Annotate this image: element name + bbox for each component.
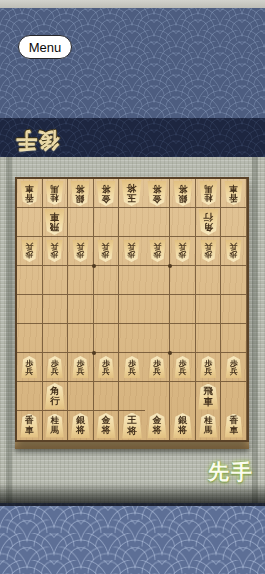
cell-85[interactable] [43, 295, 69, 324]
sente-piece-歩兵[interactable]: 歩兵 [97, 356, 114, 378]
cell-71[interactable]: 銀将 [68, 179, 94, 208]
cell-13[interactable]: 歩兵 [221, 237, 247, 266]
cell-16[interactable] [221, 324, 247, 353]
gote-piece-金将[interactable]: 金将 [96, 181, 116, 206]
cell-39[interactable]: 銀将 [170, 411, 196, 440]
cell-53[interactable]: 歩兵 [119, 237, 145, 266]
sente-piece-歩兵[interactable]: 歩兵 [123, 356, 140, 378]
gote-piece-歩兵[interactable]: 歩兵 [200, 240, 217, 262]
star-point [92, 351, 96, 355]
cell-36[interactable] [170, 324, 196, 353]
tatami-edge-left [6, 157, 12, 505]
cell-84[interactable] [43, 266, 69, 295]
sente-piece-歩兵[interactable]: 歩兵 [46, 356, 63, 378]
cell-15[interactable] [221, 295, 247, 324]
sente-piece-歩兵[interactable]: 歩兵 [174, 356, 191, 378]
cell-97[interactable]: 歩兵 [17, 353, 43, 382]
gote-piece-歩兵[interactable]: 歩兵 [225, 240, 242, 262]
cell-17[interactable]: 歩兵 [221, 353, 247, 382]
cell-67[interactable]: 歩兵 [94, 353, 120, 382]
sente-piece-歩兵[interactable]: 歩兵 [225, 356, 242, 378]
shogi-board[interactable]: 香車桂馬銀将金将玉将金将銀将桂馬香車飛車角行歩兵歩兵歩兵歩兵歩兵歩兵歩兵歩兵歩兵… [15, 177, 249, 442]
sente-piece-角行[interactable]: 角行 [44, 383, 65, 409]
cell-47[interactable]: 歩兵 [145, 353, 171, 382]
sente-piece-桂馬[interactable]: 桂馬 [199, 414, 218, 438]
cell-64[interactable] [94, 266, 120, 295]
cell-12[interactable] [221, 208, 247, 237]
gote-piece-歩兵[interactable]: 歩兵 [174, 240, 191, 262]
cell-91[interactable]: 香車 [17, 179, 43, 208]
cell-92[interactable] [17, 208, 43, 237]
cell-27[interactable]: 歩兵 [196, 353, 222, 382]
cell-93[interactable]: 歩兵 [17, 237, 43, 266]
cell-23[interactable]: 歩兵 [196, 237, 222, 266]
cell-68[interactable] [94, 382, 120, 411]
cell-18[interactable] [221, 382, 247, 411]
sente-piece-金将[interactable]: 金将 [147, 413, 167, 438]
gote-piece-香車[interactable]: 香車 [20, 181, 39, 205]
cell-55[interactable] [119, 295, 145, 324]
cell-61[interactable]: 金将 [94, 179, 120, 208]
cell-62[interactable] [94, 208, 120, 237]
gote-piece-飛車[interactable]: 飛車 [44, 209, 65, 235]
cell-42[interactable] [145, 208, 171, 237]
wall-strip [0, 0, 265, 8]
gote-piece-玉将[interactable]: 玉将 [121, 180, 142, 206]
cell-72[interactable] [68, 208, 94, 237]
cell-65[interactable] [94, 295, 120, 324]
gote-piece-歩兵[interactable]: 歩兵 [149, 240, 166, 262]
cell-26[interactable] [196, 324, 222, 353]
gote-piece-桂馬[interactable]: 桂馬 [45, 181, 64, 205]
sente-piece-歩兵[interactable]: 歩兵 [149, 356, 166, 378]
cell-63[interactable]: 歩兵 [94, 237, 120, 266]
cell-58[interactable] [119, 382, 145, 411]
cell-59[interactable]: 王将 [119, 411, 145, 440]
cell-48[interactable] [145, 382, 171, 411]
cell-35[interactable] [170, 295, 196, 324]
cell-44[interactable] [145, 266, 171, 295]
cell-77[interactable]: 歩兵 [68, 353, 94, 382]
top-cloth [0, 8, 265, 118]
cell-87[interactable]: 歩兵 [43, 353, 69, 382]
cell-21[interactable]: 桂馬 [196, 179, 222, 208]
sente-piece-香車[interactable]: 香車 [20, 414, 39, 438]
cell-79[interactable]: 銀将 [68, 411, 94, 440]
sente-piece-香車[interactable]: 香車 [224, 414, 243, 438]
cell-74[interactable] [68, 266, 94, 295]
gote-piece-金将[interactable]: 金将 [147, 181, 167, 206]
gote-piece-歩兵[interactable]: 歩兵 [97, 240, 114, 262]
cell-83[interactable]: 歩兵 [43, 237, 69, 266]
gote-piece-歩兵[interactable]: 歩兵 [21, 240, 38, 262]
cell-28[interactable]: 飛車 [196, 382, 222, 411]
cell-24[interactable] [196, 266, 222, 295]
cell-95[interactable] [17, 295, 43, 324]
star-point [168, 351, 172, 355]
gote-piece-桂馬[interactable]: 桂馬 [199, 181, 218, 205]
cell-32[interactable] [170, 208, 196, 237]
gote-piece-歩兵[interactable]: 歩兵 [72, 240, 89, 262]
shogi-app: 香車桂馬銀将金将玉将金将銀将桂馬香車飛車角行歩兵歩兵歩兵歩兵歩兵歩兵歩兵歩兵歩兵… [0, 0, 265, 574]
sente-piece-王将[interactable]: 王将 [121, 413, 142, 439]
cell-78[interactable] [68, 382, 94, 411]
board-side-edge [15, 442, 249, 449]
star-point [168, 264, 172, 268]
cell-76[interactable] [68, 324, 94, 353]
cell-34[interactable] [170, 266, 196, 295]
gote-piece-香車[interactable]: 香車 [224, 181, 243, 205]
sente-piece-歩兵[interactable]: 歩兵 [72, 356, 89, 378]
cell-11[interactable]: 香車 [221, 179, 247, 208]
cell-56[interactable] [119, 324, 145, 353]
sente-piece-飛車[interactable]: 飛車 [198, 384, 219, 410]
cell-88[interactable]: 角行 [43, 382, 69, 411]
cell-75[interactable] [68, 295, 94, 324]
cell-81[interactable]: 桂馬 [43, 179, 69, 208]
sente-piece-桂馬[interactable]: 桂馬 [45, 414, 64, 438]
sente-piece-歩兵[interactable]: 歩兵 [200, 356, 217, 378]
cell-82[interactable]: 飛車 [43, 208, 69, 237]
cell-37[interactable]: 歩兵 [170, 353, 196, 382]
cell-51[interactable]: 玉将 [119, 179, 145, 208]
cell-49[interactable]: 金将 [145, 411, 171, 440]
cell-99[interactable]: 香車 [17, 411, 43, 440]
cell-29[interactable]: 桂馬 [196, 411, 222, 440]
bottom-cloth [0, 503, 265, 574]
cell-43[interactable]: 歩兵 [145, 237, 171, 266]
cell-25[interactable] [196, 295, 222, 324]
gote-piece-歩兵[interactable]: 歩兵 [123, 240, 140, 262]
cell-14[interactable] [221, 266, 247, 295]
gote-piece-銀将[interactable]: 銀将 [70, 181, 90, 206]
cell-31[interactable]: 銀将 [170, 179, 196, 208]
cell-73[interactable]: 歩兵 [68, 237, 94, 266]
menu-button[interactable]: Menu [18, 35, 72, 59]
cell-57[interactable]: 歩兵 [119, 353, 145, 382]
cell-41[interactable]: 金将 [145, 179, 171, 208]
cell-89[interactable]: 桂馬 [43, 411, 69, 440]
cell-98[interactable] [17, 382, 43, 411]
cell-54[interactable] [119, 266, 145, 295]
cell-52[interactable] [119, 208, 145, 237]
cell-38[interactable] [170, 382, 196, 411]
cell-45[interactable] [145, 295, 171, 324]
cell-94[interactable] [17, 266, 43, 295]
sente-player-label: 先手 [208, 458, 254, 486]
cell-66[interactable] [94, 324, 120, 353]
sente-piece-歩兵[interactable]: 歩兵 [21, 356, 38, 378]
star-point [92, 264, 96, 268]
cell-86[interactable] [43, 324, 69, 353]
cell-33[interactable]: 歩兵 [170, 237, 196, 266]
gote-piece-歩兵[interactable]: 歩兵 [46, 240, 63, 262]
cell-46[interactable] [145, 324, 171, 353]
sente-piece-銀将[interactable]: 銀将 [70, 413, 90, 438]
cell-96[interactable] [17, 324, 43, 353]
gote-piece-角行[interactable]: 角行 [198, 209, 219, 235]
cell-19[interactable]: 香車 [221, 411, 247, 440]
sente-piece-銀将[interactable]: 銀将 [173, 413, 193, 438]
tatami-edge-right [252, 157, 258, 505]
cell-22[interactable]: 角行 [196, 208, 222, 237]
sente-piece-金将[interactable]: 金将 [96, 413, 116, 438]
cell-69[interactable]: 金将 [94, 411, 120, 440]
gote-piece-銀将[interactable]: 銀将 [173, 181, 193, 206]
gote-player-label: 後手 [9, 126, 65, 154]
